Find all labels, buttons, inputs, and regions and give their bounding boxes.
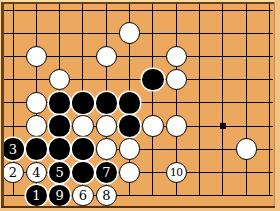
- board-frame-left-shadow: [1, 2, 4, 209]
- go-board[interactable]: 32457101968: [0, 0, 280, 211]
- black-stone: [96, 92, 118, 114]
- black-stone: 5: [49, 162, 71, 184]
- black-stone: [26, 138, 48, 160]
- move-number-label: 10: [170, 167, 182, 178]
- white-stone: [96, 46, 118, 68]
- black-stone: [49, 115, 71, 137]
- grid-line-horizontal: [4, 10, 273, 11]
- white-stone: [119, 162, 141, 184]
- white-stone: [26, 46, 48, 68]
- white-stone: [26, 92, 48, 114]
- black-stone: [119, 92, 141, 114]
- move-number-label: 4: [32, 166, 40, 179]
- black-stone: [72, 138, 94, 160]
- grid-line-vertical: [152, 4, 153, 196]
- move-number-label: 5: [56, 166, 64, 179]
- grid-line-vertical: [222, 4, 223, 196]
- star-point: [220, 123, 226, 129]
- grid-line-vertical: [269, 4, 270, 196]
- white-stone: [142, 115, 164, 137]
- black-stone: 3: [2, 138, 24, 160]
- white-stone: [96, 115, 118, 137]
- white-stone: [166, 46, 188, 68]
- white-stone: 10: [166, 162, 188, 184]
- white-stone: 4: [26, 162, 48, 184]
- board-frame-right-highlight: [275, 0, 280, 211]
- move-number-label: 6: [79, 189, 87, 202]
- white-stone: [166, 69, 188, 91]
- white-stone: [119, 138, 141, 160]
- white-stone: [119, 22, 141, 44]
- go-board-diagram: 32457101968: [0, 0, 280, 211]
- black-stone: [72, 162, 94, 184]
- grid-line-vertical: [246, 4, 247, 196]
- black-stone: 9: [49, 185, 71, 207]
- white-stone: 8: [96, 185, 118, 207]
- white-stone: [49, 69, 71, 91]
- black-stone: 7: [96, 162, 118, 184]
- white-stone: [236, 138, 258, 160]
- board-frame-top-shadow: [0, 2, 280, 4]
- black-stone: [142, 69, 164, 91]
- grid-line-vertical: [199, 4, 200, 196]
- black-stone: [119, 115, 141, 137]
- black-stone: 1: [26, 185, 48, 207]
- board-frame-bottom-highlight: [0, 208, 280, 211]
- move-number-label: 8: [102, 189, 110, 202]
- white-stone: [72, 115, 94, 137]
- move-number-label: 3: [9, 143, 17, 156]
- move-number-label: 7: [102, 166, 110, 179]
- white-stone: [166, 115, 188, 137]
- grid-line-horizontal: [4, 79, 273, 80]
- white-stone: [96, 138, 118, 160]
- white-stone: [26, 115, 48, 137]
- move-number-label: 2: [9, 166, 17, 179]
- white-stone: 6: [72, 185, 94, 207]
- black-stone: [49, 138, 71, 160]
- white-stone: 2: [2, 162, 24, 184]
- black-stone: [72, 92, 94, 114]
- black-stone: [49, 92, 71, 114]
- move-number-label: 9: [56, 189, 64, 202]
- move-number-label: 1: [32, 189, 40, 202]
